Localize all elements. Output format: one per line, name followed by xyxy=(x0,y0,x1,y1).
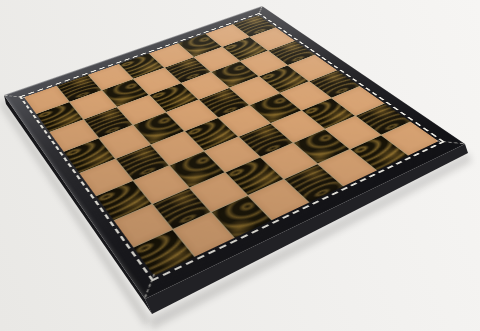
corner-stitch-bottom-left xyxy=(144,274,154,297)
corner-stitch-top-left xyxy=(5,95,25,98)
photo-backdrop xyxy=(0,0,480,331)
corner-stitch-top-right xyxy=(258,7,263,16)
corner-stitch-bottom-right xyxy=(437,140,463,143)
